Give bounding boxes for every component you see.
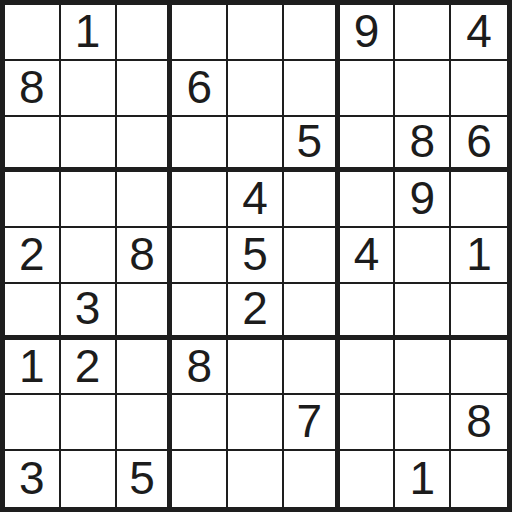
cell-r9c9[interactable]: [451, 451, 507, 507]
cell-r5c4[interactable]: [172, 228, 228, 284]
given-digit: 8: [19, 64, 45, 110]
given-digit: 9: [354, 8, 380, 54]
given-digit: 9: [410, 175, 436, 221]
cell-r1c2: 1: [61, 5, 117, 61]
cell-r3c1[interactable]: [5, 117, 61, 173]
cell-r3c5[interactable]: [228, 117, 284, 173]
given-digit: 2: [242, 285, 268, 331]
cell-r7c9[interactable]: [451, 340, 507, 396]
cell-r6c6[interactable]: [284, 284, 340, 340]
cell-r2c4: 6: [172, 61, 228, 117]
given-digit: 4: [466, 8, 492, 54]
cell-r7c7[interactable]: [340, 340, 396, 396]
given-digit: 2: [75, 343, 101, 389]
cell-r3c7[interactable]: [340, 117, 396, 173]
cell-r1c3[interactable]: [117, 5, 173, 61]
cell-r5c1: 2: [5, 228, 61, 284]
cell-r5c3: 8: [117, 228, 173, 284]
given-digit: 1: [19, 343, 45, 389]
cell-r4c3[interactable]: [117, 172, 173, 228]
sudoku-board: 1948658649285413212878351: [0, 0, 512, 512]
cell-r2c2[interactable]: [61, 61, 117, 117]
given-digit: 8: [466, 398, 492, 444]
cell-r9c6[interactable]: [284, 451, 340, 507]
cell-r5c9: 1: [451, 228, 507, 284]
cell-r7c2: 2: [61, 340, 117, 396]
given-digit: 5: [296, 118, 322, 164]
cell-r4c9[interactable]: [451, 172, 507, 228]
cell-r8c2[interactable]: [61, 395, 117, 451]
cell-r6c5: 2: [228, 284, 284, 340]
cell-r4c6[interactable]: [284, 172, 340, 228]
cell-r8c8[interactable]: [395, 395, 451, 451]
cell-r9c1: 3: [5, 451, 61, 507]
cell-r9c2[interactable]: [61, 451, 117, 507]
given-digit: 5: [129, 455, 155, 501]
given-digit: 1: [410, 455, 436, 501]
given-digit: 4: [242, 175, 268, 221]
cell-r4c8: 9: [395, 172, 451, 228]
cell-r4c5: 4: [228, 172, 284, 228]
cell-r9c7[interactable]: [340, 451, 396, 507]
cell-r7c6[interactable]: [284, 340, 340, 396]
cell-r4c4[interactable]: [172, 172, 228, 228]
cell-r8c3[interactable]: [117, 395, 173, 451]
cell-r7c1: 1: [5, 340, 61, 396]
given-digit: 6: [466, 118, 492, 164]
cell-r8c5[interactable]: [228, 395, 284, 451]
cell-r2c1: 8: [5, 61, 61, 117]
cell-r2c8[interactable]: [395, 61, 451, 117]
cell-r3c2[interactable]: [61, 117, 117, 173]
given-digit: 7: [296, 398, 322, 444]
cell-r9c5[interactable]: [228, 451, 284, 507]
given-digit: 2: [19, 231, 45, 277]
given-digit: 3: [19, 455, 45, 501]
cell-r7c3[interactable]: [117, 340, 173, 396]
given-digit: 4: [354, 231, 380, 277]
cell-r3c3[interactable]: [117, 117, 173, 173]
given-digit: 8: [186, 343, 212, 389]
cell-r8c4[interactable]: [172, 395, 228, 451]
cell-r2c9[interactable]: [451, 61, 507, 117]
given-digit: 8: [129, 231, 155, 277]
cell-r2c3[interactable]: [117, 61, 173, 117]
given-digit: 6: [186, 64, 212, 110]
cell-r5c8[interactable]: [395, 228, 451, 284]
cell-r7c5[interactable]: [228, 340, 284, 396]
cell-r8c6: 7: [284, 395, 340, 451]
cell-r3c6: 5: [284, 117, 340, 173]
cell-r1c5[interactable]: [228, 5, 284, 61]
cell-r6c8[interactable]: [395, 284, 451, 340]
cell-r1c8[interactable]: [395, 5, 451, 61]
given-digit: 1: [466, 231, 492, 277]
cell-r6c3[interactable]: [117, 284, 173, 340]
cell-r7c4: 8: [172, 340, 228, 396]
cell-r9c8: 1: [395, 451, 451, 507]
cell-r3c4[interactable]: [172, 117, 228, 173]
cell-r1c4[interactable]: [172, 5, 228, 61]
cell-r4c7[interactable]: [340, 172, 396, 228]
cell-r6c9[interactable]: [451, 284, 507, 340]
cell-r3c8: 8: [395, 117, 451, 173]
cell-r7c8[interactable]: [395, 340, 451, 396]
cell-r6c1[interactable]: [5, 284, 61, 340]
cell-r4c2[interactable]: [61, 172, 117, 228]
given-digit: 5: [242, 231, 268, 277]
given-digit: 3: [75, 285, 101, 331]
cell-r1c9: 4: [451, 5, 507, 61]
cell-r2c6[interactable]: [284, 61, 340, 117]
given-digit: 1: [75, 8, 101, 54]
cell-r8c1[interactable]: [5, 395, 61, 451]
cell-r8c9: 8: [451, 395, 507, 451]
cell-r6c7[interactable]: [340, 284, 396, 340]
cell-r5c5: 5: [228, 228, 284, 284]
cell-r1c6[interactable]: [284, 5, 340, 61]
cell-r9c3: 5: [117, 451, 173, 507]
cell-r4c1[interactable]: [5, 172, 61, 228]
cell-r9c4[interactable]: [172, 451, 228, 507]
cell-r5c7: 4: [340, 228, 396, 284]
given-digit: 8: [410, 118, 436, 164]
cell-r6c4[interactable]: [172, 284, 228, 340]
cell-r1c7: 9: [340, 5, 396, 61]
cell-r3c9: 6: [451, 117, 507, 173]
cell-r5c6[interactable]: [284, 228, 340, 284]
cell-r2c7[interactable]: [340, 61, 396, 117]
cell-r6c2: 3: [61, 284, 117, 340]
cell-r2c5[interactable]: [228, 61, 284, 117]
cell-r5c2[interactable]: [61, 228, 117, 284]
cell-r8c7[interactable]: [340, 395, 396, 451]
cell-r1c1[interactable]: [5, 5, 61, 61]
